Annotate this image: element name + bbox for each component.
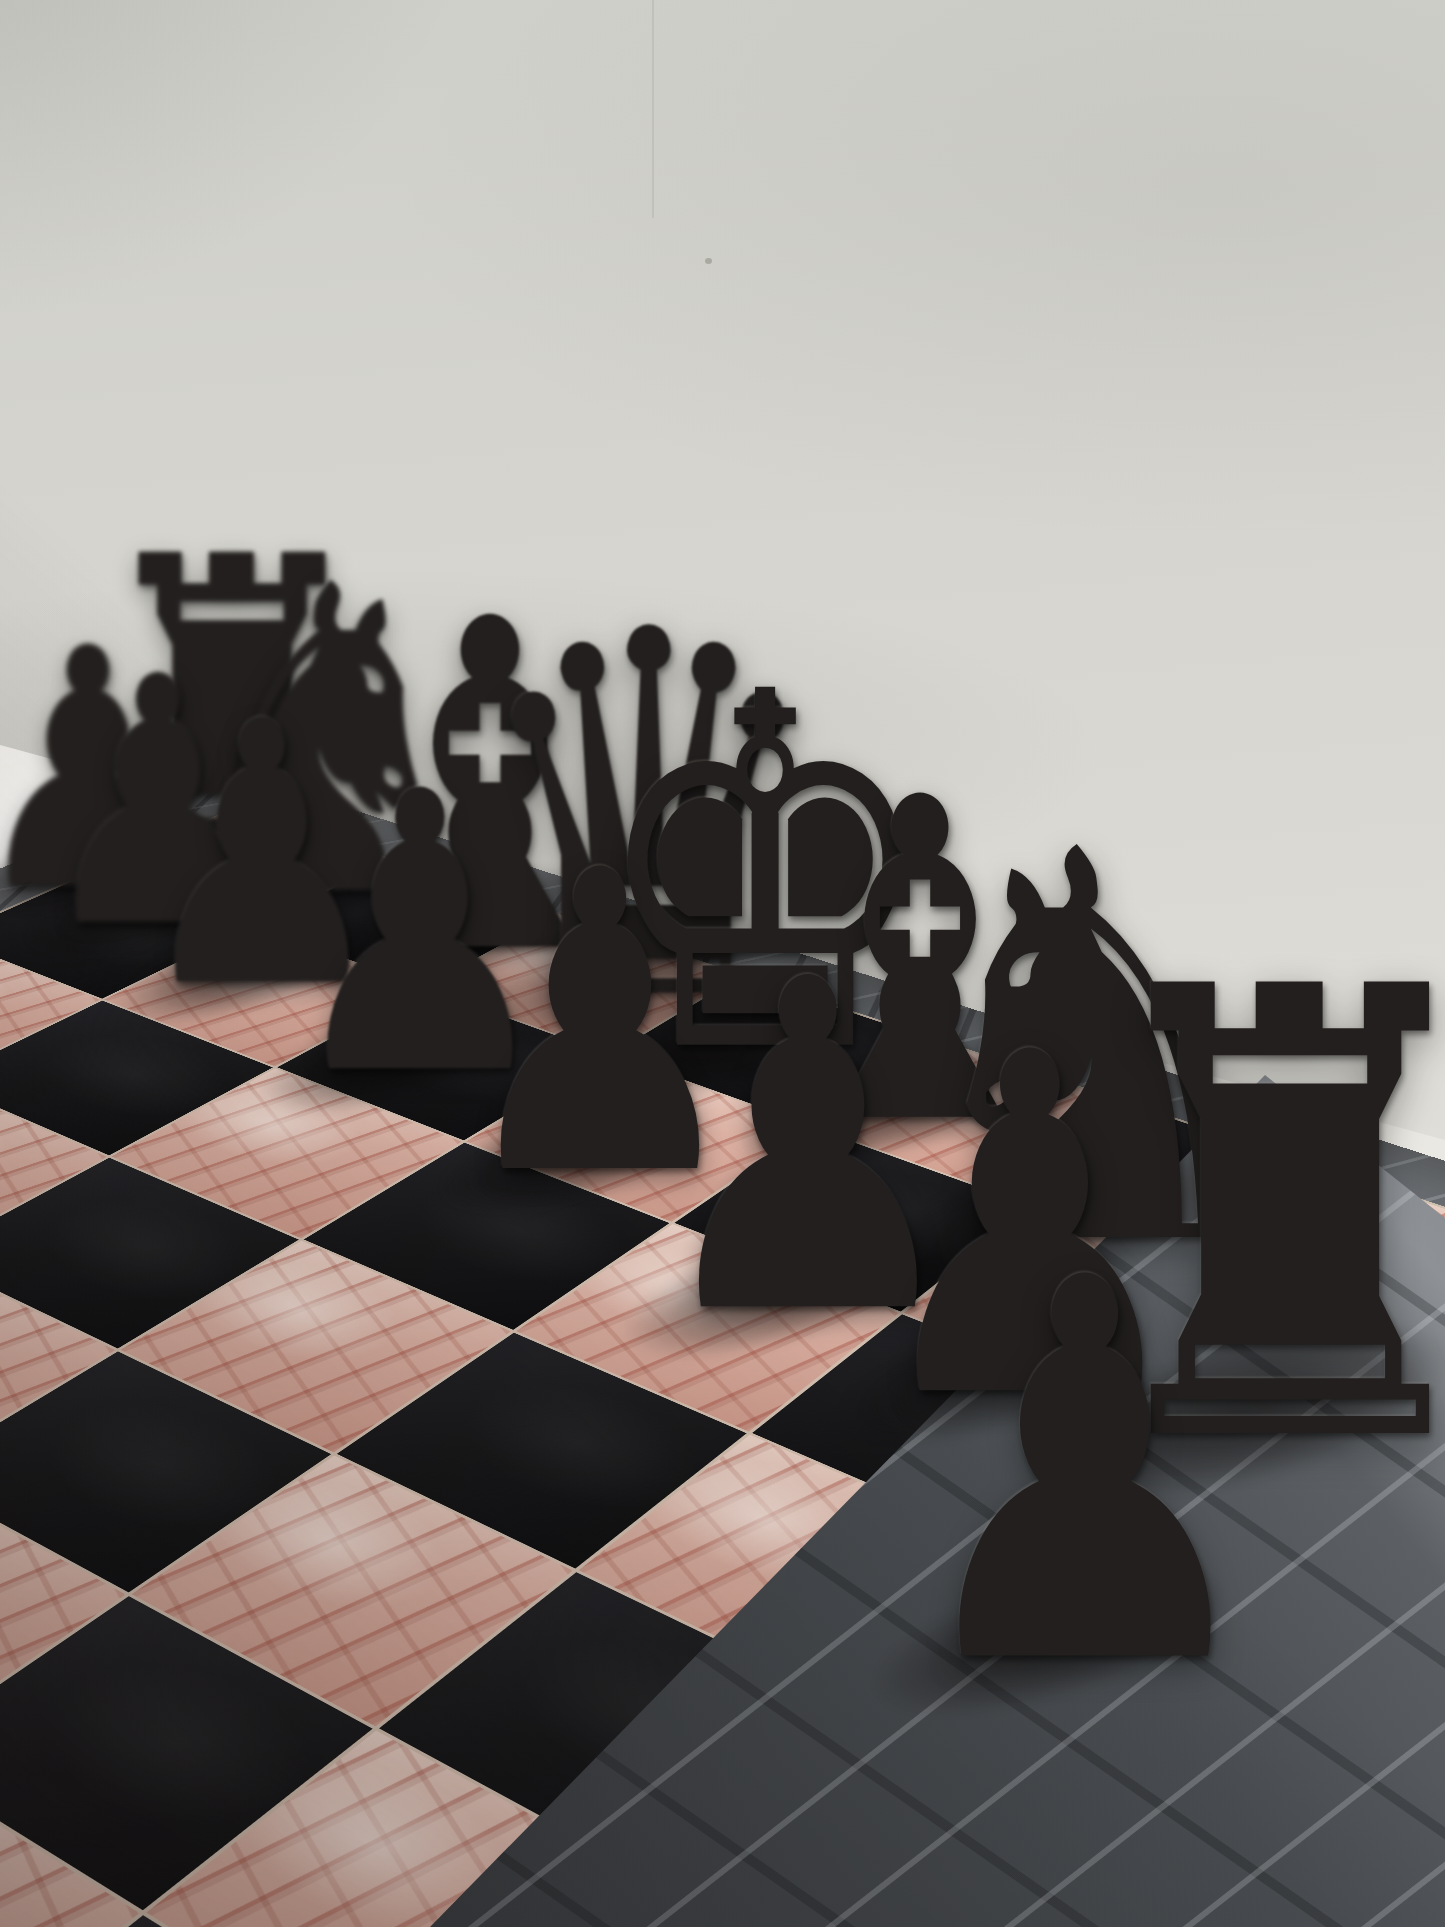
piece-pawn-h7: ♟ (850, 1212, 1320, 1736)
photo-scene: ♜♞♝♛♚♝♞♜♟♟♟♟♟♟♟♟ (0, 0, 1445, 1927)
pawn-glyph: ♟ (897, 1212, 1273, 1736)
pieces-layer: ♜♞♝♛♚♝♞♜♟♟♟♟♟♟♟♟ (0, 0, 1445, 1927)
